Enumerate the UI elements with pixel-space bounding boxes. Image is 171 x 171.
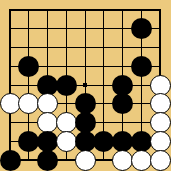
white-stone — [56, 112, 77, 133]
white-stone — [112, 150, 133, 171]
black-stone — [112, 131, 133, 152]
black-stone — [56, 75, 77, 96]
black-stone — [131, 131, 152, 152]
black-stone — [112, 93, 133, 114]
black-stone — [131, 56, 152, 77]
white-stone — [37, 112, 58, 133]
white-stone — [150, 112, 171, 133]
black-stone — [37, 131, 58, 152]
white-stone — [150, 150, 171, 171]
black-stone — [131, 18, 152, 39]
star-point — [83, 83, 87, 87]
black-stone — [0, 150, 21, 171]
white-stone — [150, 131, 171, 152]
white-stone — [56, 131, 77, 152]
black-stone — [75, 112, 96, 133]
white-stone — [75, 150, 96, 171]
go-board[interactable] — [0, 0, 171, 171]
black-stone — [37, 150, 58, 171]
white-stone — [131, 150, 152, 171]
black-stone — [18, 56, 39, 77]
